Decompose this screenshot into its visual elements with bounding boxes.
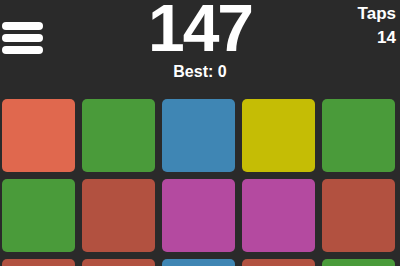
tile-r1c5-green[interactable] [322, 99, 395, 172]
taps-label: Taps [358, 4, 396, 24]
tile-r1c4-yellow[interactable] [242, 99, 315, 172]
best-score-label: Best: 0 [0, 63, 400, 81]
tile-r3c4-brick[interactable] [242, 259, 315, 266]
taps-count: 14 [377, 28, 396, 48]
tile-r1c3-blue[interactable] [162, 99, 235, 172]
tile-r3c2-brick[interactable] [82, 259, 155, 266]
tile-r3c5-green[interactable] [322, 259, 395, 266]
board [0, 90, 400, 266]
score-value: 147 [0, 0, 400, 61]
tile-r1c1-tomato[interactable] [2, 99, 75, 172]
tile-r2c4-magenta[interactable] [242, 179, 315, 252]
header: 147 Best: 0 Taps 14 [0, 0, 400, 90]
tile-r2c3-magenta[interactable] [162, 179, 235, 252]
tile-r2c1-green[interactable] [2, 179, 75, 252]
tile-r3c3-blue[interactable] [162, 259, 235, 266]
tile-r2c5-brick[interactable] [322, 179, 395, 252]
tile-r1c2-green[interactable] [82, 99, 155, 172]
tile-r3c1-brick[interactable] [2, 259, 75, 266]
tile-r2c2-brick[interactable] [82, 179, 155, 252]
